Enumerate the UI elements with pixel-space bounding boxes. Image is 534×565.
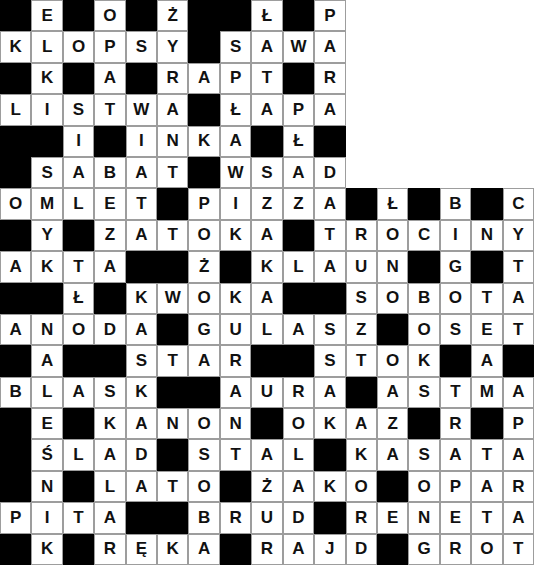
crossword-board: EOŻŁPKLOPSYSAWAKARAPTRLISTWAŁAPAIINKAŁSA…	[0, 0, 534, 565]
letter-cell-r3c11[interactable]: R	[314, 63, 345, 94]
letter-cell-r6c5[interactable]: A	[126, 157, 157, 188]
black-cell-r16c8	[220, 471, 251, 502]
black-cell-r17c11	[314, 502, 345, 533]
outside-area	[408, 94, 439, 125]
black-cell-r1c8	[220, 0, 251, 31]
letter-cell-r12c16[interactable]: A	[471, 345, 502, 376]
letter-cell-r11c16[interactable]: E	[471, 314, 502, 345]
letter-cell-r15c3[interactable]: L	[63, 439, 94, 470]
letter-cell-r8c5[interactable]: A	[126, 220, 157, 251]
black-cell-r15c11	[314, 439, 345, 470]
letter-cell-r4c1[interactable]: L	[0, 94, 31, 125]
letter-cell-r14c4[interactable]: K	[94, 408, 125, 439]
black-cell-r10c2	[31, 283, 62, 314]
letter-cell-r5c3[interactable]: I	[63, 126, 94, 157]
letter-cell-r8c11[interactable]: T	[314, 220, 345, 251]
outside-area	[503, 31, 534, 62]
letter-cell-r17c16[interactable]: T	[471, 502, 502, 533]
letter-cell-r11c3[interactable]: O	[63, 314, 94, 345]
letter-cell-r6c2[interactable]: S	[31, 157, 62, 188]
letter-cell-r16c17[interactable]: R	[503, 471, 534, 502]
black-cell-r18c8	[220, 534, 251, 565]
letter-cell-r16c7[interactable]: O	[188, 471, 219, 502]
black-cell-r12c15	[440, 345, 471, 376]
letter-cell-r14c2[interactable]: E	[31, 408, 62, 439]
letter-cell-r4c11[interactable]: A	[314, 94, 345, 125]
letter-cell-r18c10[interactable]: A	[283, 534, 314, 565]
letter-cell-r9c10[interactable]: L	[283, 251, 314, 282]
letter-cell-r17c9[interactable]: U	[251, 502, 282, 533]
letter-cell-r2c9[interactable]: A	[251, 31, 282, 62]
black-cell-r9c6	[157, 251, 188, 282]
black-cell-r15c6	[157, 439, 188, 470]
letter-cell-r11c12[interactable]: Z	[346, 314, 377, 345]
letter-cell-r9c13[interactable]: N	[377, 251, 408, 282]
black-cell-r5c9	[251, 126, 282, 157]
black-cell-r13c6	[157, 377, 188, 408]
letter-cell-r8c4[interactable]: Z	[94, 220, 125, 251]
letter-cell-r9c1[interactable]: A	[0, 251, 31, 282]
letter-cell-r15c8[interactable]: T	[220, 439, 251, 470]
letter-cell-r5c8[interactable]: A	[220, 126, 251, 157]
outside-area	[471, 31, 502, 62]
letter-cell-r15c14[interactable]: S	[408, 439, 439, 470]
letter-cell-r4c4[interactable]: T	[94, 94, 125, 125]
black-cell-r12c4	[94, 345, 125, 376]
letter-cell-r7c15[interactable]: B	[440, 188, 471, 219]
letter-cell-r5c6[interactable]: N	[157, 126, 188, 157]
letter-cell-r2c6[interactable]: Y	[157, 31, 188, 62]
letter-cell-r17c15[interactable]: E	[440, 502, 471, 533]
letter-cell-r8c6[interactable]: T	[157, 220, 188, 251]
letter-cell-r4c2[interactable]: I	[31, 94, 62, 125]
black-cell-r9c5	[126, 251, 157, 282]
black-cell-r7c12	[346, 188, 377, 219]
letter-cell-r18c12[interactable]: D	[346, 534, 377, 565]
letter-cell-r11c4[interactable]: D	[94, 314, 125, 345]
outside-area	[408, 157, 439, 188]
letter-cell-r13c1[interactable]: B	[0, 377, 31, 408]
letter-cell-r9c9[interactable]: K	[251, 251, 282, 282]
letter-cell-r14c13[interactable]: Z	[377, 408, 408, 439]
letter-cell-r7c11[interactable]: A	[314, 188, 345, 219]
black-cell-r1c1	[0, 0, 31, 31]
letter-cell-r9c11[interactable]: A	[314, 251, 345, 282]
letter-cell-r13c14[interactable]: S	[408, 377, 439, 408]
letter-cell-r9c3[interactable]: T	[63, 251, 94, 282]
letter-cell-r14c11[interactable]: K	[314, 408, 345, 439]
letter-cell-r18c4[interactable]: R	[94, 534, 125, 565]
letter-cell-r16c4[interactable]: L	[94, 471, 125, 502]
letter-cell-r1c6[interactable]: Ż	[157, 0, 188, 31]
black-cell-r14c14	[408, 408, 439, 439]
letter-cell-r13c17[interactable]: A	[503, 377, 534, 408]
letter-cell-r7c2[interactable]: M	[31, 188, 62, 219]
letter-cell-r12c14[interactable]: K	[408, 345, 439, 376]
letter-cell-r11c5[interactable]: A	[126, 314, 157, 345]
letter-cell-r8c17[interactable]: Y	[503, 220, 534, 251]
letter-cell-r10c17[interactable]: A	[503, 283, 534, 314]
letter-cell-r6c11[interactable]: D	[314, 157, 345, 188]
outside-area	[471, 0, 502, 31]
letter-cell-r12c8[interactable]: R	[220, 345, 251, 376]
letter-cell-r14c6[interactable]: N	[157, 408, 188, 439]
black-cell-r5c11	[314, 126, 345, 157]
letter-cell-r4c8[interactable]: Ł	[220, 94, 251, 125]
black-cell-r9c14	[408, 251, 439, 282]
letter-cell-r4c9[interactable]: A	[251, 94, 282, 125]
black-cell-r12c3	[63, 345, 94, 376]
letter-cell-r14c17[interactable]: P	[503, 408, 534, 439]
letter-cell-r5c10[interactable]: Ł	[283, 126, 314, 157]
letter-cell-r6c10[interactable]: A	[283, 157, 314, 188]
letter-cell-r2c10[interactable]: W	[283, 31, 314, 62]
letter-cell-r18c14[interactable]: G	[408, 534, 439, 565]
letter-cell-r10c6[interactable]: W	[157, 283, 188, 314]
black-cell-r9c8	[220, 251, 251, 282]
letter-cell-r2c1[interactable]: K	[0, 31, 31, 62]
outside-area	[471, 157, 502, 188]
outside-area	[346, 126, 377, 157]
outside-area	[408, 0, 439, 31]
letter-cell-r2c5[interactable]: S	[126, 31, 157, 62]
letter-cell-r17c14[interactable]: N	[408, 502, 439, 533]
letter-cell-r7c10[interactable]: Z	[283, 188, 314, 219]
letter-cell-r15c5[interactable]: D	[126, 439, 157, 470]
letter-cell-r8c7[interactable]: O	[188, 220, 219, 251]
letter-cell-r11c15[interactable]: S	[440, 314, 471, 345]
letter-cell-r1c11[interactable]: P	[314, 0, 345, 31]
outside-area	[471, 63, 502, 94]
letter-cell-r15c16[interactable]: T	[471, 439, 502, 470]
letter-cell-r7c8[interactable]: I	[220, 188, 251, 219]
letter-cell-r8c8[interactable]: K	[220, 220, 251, 251]
letter-cell-r9c17[interactable]: T	[503, 251, 534, 282]
outside-area	[346, 94, 377, 125]
letter-cell-r17c13[interactable]: E	[377, 502, 408, 533]
letter-cell-r15c12[interactable]: K	[346, 439, 377, 470]
letter-cell-r15c4[interactable]: A	[94, 439, 125, 470]
letter-cell-r12c7[interactable]: A	[188, 345, 219, 376]
black-cell-r18c3	[63, 534, 94, 565]
letter-cell-r16c11[interactable]: K	[314, 471, 345, 502]
letter-cell-r2c8[interactable]: S	[220, 31, 251, 62]
letter-cell-r4c5[interactable]: W	[126, 94, 157, 125]
black-cell-r6c7	[188, 157, 219, 188]
letter-cell-r7c9[interactable]: Z	[251, 188, 282, 219]
letter-cell-r14c15[interactable]: R	[440, 408, 471, 439]
letter-cell-r13c15[interactable]: T	[440, 377, 471, 408]
letter-cell-r13c2[interactable]: L	[31, 377, 62, 408]
black-cell-r7c14	[408, 188, 439, 219]
letter-cell-r11c10[interactable]: A	[283, 314, 314, 345]
letter-cell-r18c17[interactable]: T	[503, 534, 534, 565]
letter-cell-r7c5[interactable]: T	[126, 188, 157, 219]
black-cell-r10c10	[283, 283, 314, 314]
letter-cell-r14c10[interactable]: O	[283, 408, 314, 439]
outside-area	[377, 0, 408, 31]
black-cell-r6c1	[0, 157, 31, 188]
letter-cell-r10c9[interactable]: A	[251, 283, 282, 314]
black-cell-r9c16	[471, 251, 502, 282]
letter-cell-r6c8[interactable]: W	[220, 157, 251, 188]
letter-cell-r14c7[interactable]: O	[188, 408, 219, 439]
letter-cell-r17c17[interactable]: A	[503, 502, 534, 533]
letter-cell-r13c8[interactable]: A	[220, 377, 251, 408]
letter-cell-r16c16[interactable]: A	[471, 471, 502, 502]
letter-cell-r13c10[interactable]: R	[283, 377, 314, 408]
black-cell-r13c12	[346, 377, 377, 408]
letter-cell-r10c8[interactable]: K	[220, 283, 251, 314]
black-cell-r5c1	[0, 126, 31, 157]
letter-cell-r10c7[interactable]: O	[188, 283, 219, 314]
letter-cell-r9c15[interactable]: G	[440, 251, 471, 282]
letter-cell-r16c12[interactable]: O	[346, 471, 377, 502]
black-cell-r13c7	[188, 377, 219, 408]
letter-cell-r4c3[interactable]: S	[63, 94, 94, 125]
letter-cell-r17c1[interactable]: P	[0, 502, 31, 533]
letter-cell-r11c8[interactable]: U	[220, 314, 251, 345]
outside-area	[377, 94, 408, 125]
letter-cell-r10c14[interactable]: B	[408, 283, 439, 314]
letter-cell-r13c3[interactable]: A	[63, 377, 94, 408]
letter-cell-r16c2[interactable]: N	[31, 471, 62, 502]
letter-cell-r11c1[interactable]: A	[0, 314, 31, 345]
outside-area	[503, 157, 534, 188]
black-cell-r10c1	[0, 283, 31, 314]
letter-cell-r1c4[interactable]: O	[94, 0, 125, 31]
black-cell-r3c1	[0, 63, 31, 94]
letter-cell-r6c4[interactable]: B	[94, 157, 125, 188]
letter-cell-r18c15[interactable]: R	[440, 534, 471, 565]
letter-cell-r18c16[interactable]: O	[471, 534, 502, 565]
letter-cell-r11c7[interactable]: G	[188, 314, 219, 345]
letter-cell-r9c12[interactable]: U	[346, 251, 377, 282]
letter-cell-r11c17[interactable]: T	[503, 314, 534, 345]
letter-cell-r12c11[interactable]: S	[314, 345, 345, 376]
letter-cell-r8c9[interactable]: A	[251, 220, 282, 251]
letter-cell-r11c11[interactable]: S	[314, 314, 345, 345]
black-cell-r12c9	[251, 345, 282, 376]
letter-cell-r13c16[interactable]: M	[471, 377, 502, 408]
letter-cell-r13c9[interactable]: U	[251, 377, 282, 408]
letter-cell-r6c6[interactable]: T	[157, 157, 188, 188]
letter-cell-r8c14[interactable]: C	[408, 220, 439, 251]
outside-area	[440, 157, 471, 188]
black-cell-r16c13	[377, 471, 408, 502]
letter-cell-r17c2[interactable]: I	[31, 502, 62, 533]
letter-cell-r15c10[interactable]: L	[283, 439, 314, 470]
letter-cell-r16c10[interactable]: A	[283, 471, 314, 502]
black-cell-r8c10	[283, 220, 314, 251]
letter-cell-r3c9[interactable]: T	[251, 63, 282, 94]
letter-cell-r17c8[interactable]: R	[220, 502, 251, 533]
black-cell-r12c10	[283, 345, 314, 376]
letter-cell-r8c13[interactable]: O	[377, 220, 408, 251]
outside-area	[346, 63, 377, 94]
black-cell-r3c10	[283, 63, 314, 94]
letter-cell-r18c2[interactable]: K	[31, 534, 62, 565]
black-cell-r14c3	[63, 408, 94, 439]
black-cell-r10c4	[94, 283, 125, 314]
letter-cell-r15c13[interactable]: A	[377, 439, 408, 470]
letter-cell-r16c6[interactable]: T	[157, 471, 188, 502]
letter-cell-r13c5[interactable]: K	[126, 377, 157, 408]
outside-area	[471, 94, 502, 125]
letter-cell-r11c9[interactable]: L	[251, 314, 282, 345]
letter-cell-r2c4[interactable]: P	[94, 31, 125, 62]
black-cell-r3c5	[126, 63, 157, 94]
black-cell-r3c3	[63, 63, 94, 94]
letter-cell-r9c4[interactable]: A	[94, 251, 125, 282]
outside-area	[408, 126, 439, 157]
black-cell-r12c17	[503, 345, 534, 376]
letter-cell-r10c15[interactable]: O	[440, 283, 471, 314]
letter-cell-r15c7[interactable]: S	[188, 439, 219, 470]
black-cell-r1c10	[283, 0, 314, 31]
black-cell-r15c1	[0, 439, 31, 470]
letter-cell-r15c15[interactable]: A	[440, 439, 471, 470]
letter-cell-r16c5[interactable]: A	[126, 471, 157, 502]
outside-area	[377, 126, 408, 157]
black-cell-r5c4	[94, 126, 125, 157]
letter-cell-r4c10[interactable]: P	[283, 94, 314, 125]
letter-cell-r12c5[interactable]: S	[126, 345, 157, 376]
letter-cell-r3c2[interactable]: K	[31, 63, 62, 94]
outside-area	[346, 0, 377, 31]
letter-cell-r14c5[interactable]: A	[126, 408, 157, 439]
black-cell-r8c3	[63, 220, 94, 251]
black-cell-r18c13	[377, 534, 408, 565]
black-cell-r16c3	[63, 471, 94, 502]
letter-cell-r8c12[interactable]: R	[346, 220, 377, 251]
letter-cell-r17c3[interactable]: T	[63, 502, 94, 533]
letter-cell-r12c6[interactable]: T	[157, 345, 188, 376]
letter-cell-r17c4[interactable]: A	[94, 502, 125, 533]
black-cell-r12c1	[0, 345, 31, 376]
letter-cell-r15c9[interactable]: A	[251, 439, 282, 470]
letter-cell-r5c5[interactable]: I	[126, 126, 157, 157]
letter-cell-r7c3[interactable]: L	[63, 188, 94, 219]
letter-cell-r18c9[interactable]: R	[251, 534, 282, 565]
letter-cell-r10c12[interactable]: S	[346, 283, 377, 314]
letter-cell-r6c9[interactable]: S	[251, 157, 282, 188]
letter-cell-r8c15[interactable]: I	[440, 220, 471, 251]
outside-area	[503, 126, 534, 157]
outside-area	[503, 94, 534, 125]
letter-cell-r18c6[interactable]: K	[157, 534, 188, 565]
black-cell-r17c6	[157, 502, 188, 533]
black-cell-r2c7	[188, 31, 219, 62]
letter-cell-r5c7[interactable]: K	[188, 126, 219, 157]
letter-cell-r3c4[interactable]: A	[94, 63, 125, 94]
black-cell-r11c6	[157, 314, 188, 345]
letter-cell-r10c16[interactable]: T	[471, 283, 502, 314]
letter-cell-r18c5[interactable]: Ę	[126, 534, 157, 565]
letter-cell-r12c13[interactable]: O	[377, 345, 408, 376]
outside-area	[377, 31, 408, 62]
black-cell-r14c1	[0, 408, 31, 439]
black-cell-r14c16	[471, 408, 502, 439]
outside-area	[408, 63, 439, 94]
letter-cell-r13c11[interactable]: A	[314, 377, 345, 408]
letter-cell-r8c16[interactable]: N	[471, 220, 502, 251]
black-cell-r14c9	[251, 408, 282, 439]
letter-cell-r16c14[interactable]: O	[408, 471, 439, 502]
black-cell-r18c1	[0, 534, 31, 565]
letter-cell-r17c12[interactable]: R	[346, 502, 377, 533]
outside-area	[346, 31, 377, 62]
letter-cell-r1c2[interactable]: E	[31, 0, 62, 31]
black-cell-r8c1	[0, 220, 31, 251]
outside-area	[503, 63, 534, 94]
letter-cell-r7c13[interactable]: Ł	[377, 188, 408, 219]
black-cell-r7c16	[471, 188, 502, 219]
outside-area	[440, 63, 471, 94]
letter-cell-r2c3[interactable]: O	[63, 31, 94, 62]
letter-cell-r15c2[interactable]: Ś	[31, 439, 62, 470]
outside-area	[440, 94, 471, 125]
outside-area	[503, 0, 534, 31]
letter-cell-r10c5[interactable]: K	[126, 283, 157, 314]
letter-cell-r18c11[interactable]: J	[314, 534, 345, 565]
letter-cell-r10c13[interactable]: O	[377, 283, 408, 314]
black-cell-r7c6	[157, 188, 188, 219]
letter-cell-r7c4[interactable]: E	[94, 188, 125, 219]
outside-area	[471, 126, 502, 157]
letter-cell-r18c7[interactable]: A	[188, 534, 219, 565]
letter-cell-r9c7[interactable]: Ż	[188, 251, 219, 282]
letter-cell-r12c2[interactable]: A	[31, 345, 62, 376]
letter-cell-r2c11[interactable]: A	[314, 31, 345, 62]
letter-cell-r13c4[interactable]: S	[94, 377, 125, 408]
letter-cell-r4c6[interactable]: A	[157, 94, 188, 125]
letter-cell-r11c14[interactable]: O	[408, 314, 439, 345]
outside-area	[440, 0, 471, 31]
letter-cell-r8c2[interactable]: Y	[31, 220, 62, 251]
black-cell-r1c5	[126, 0, 157, 31]
black-cell-r4c7	[188, 94, 219, 125]
letter-cell-r7c17[interactable]: C	[503, 188, 534, 219]
outside-area	[408, 31, 439, 62]
letter-cell-r10c3[interactable]: Ł	[63, 283, 94, 314]
letter-cell-r7c1[interactable]: O	[0, 188, 31, 219]
letter-cell-r15c17[interactable]: A	[503, 439, 534, 470]
letter-cell-r7c7[interactable]: P	[188, 188, 219, 219]
letter-cell-r2c2[interactable]: L	[31, 31, 62, 62]
letter-cell-r13c13[interactable]: A	[377, 377, 408, 408]
letter-cell-r3c6[interactable]: R	[157, 63, 188, 94]
letter-cell-r3c7[interactable]: A	[188, 63, 219, 94]
outside-area	[440, 31, 471, 62]
letter-cell-r12c12[interactable]: T	[346, 345, 377, 376]
letter-cell-r11c2[interactable]: N	[31, 314, 62, 345]
letter-cell-r17c10[interactable]: D	[283, 502, 314, 533]
letter-cell-r17c7[interactable]: B	[188, 502, 219, 533]
letter-cell-r16c15[interactable]: P	[440, 471, 471, 502]
black-cell-r1c3	[63, 0, 94, 31]
letter-cell-r14c8[interactable]: N	[220, 408, 251, 439]
letter-cell-r16c9[interactable]: Ż	[251, 471, 282, 502]
letter-cell-r14c12[interactable]: A	[346, 408, 377, 439]
black-cell-r10c11	[314, 283, 345, 314]
letter-cell-r3c8[interactable]: P	[220, 63, 251, 94]
letter-cell-r9c2[interactable]: K	[31, 251, 62, 282]
letter-cell-r6c3[interactable]: A	[63, 157, 94, 188]
black-cell-r1c7	[188, 0, 219, 31]
outside-area	[346, 157, 377, 188]
letter-cell-r1c9[interactable]: Ł	[251, 0, 282, 31]
